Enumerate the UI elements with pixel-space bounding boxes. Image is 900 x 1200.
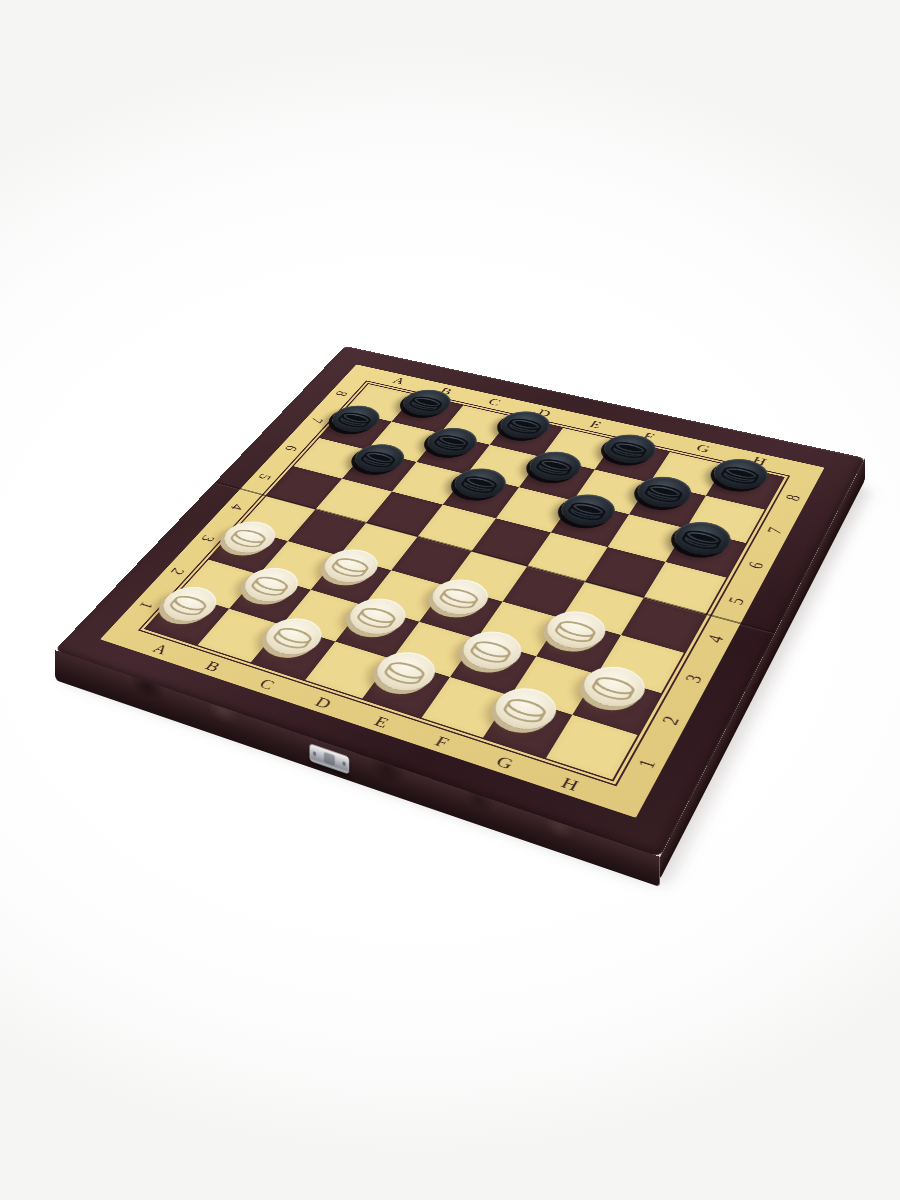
- product-photo-canvas: ABCDEFGH ABCDEFGH 87654321 87654321 ⛂⛂⛂⛂…: [0, 0, 900, 1200]
